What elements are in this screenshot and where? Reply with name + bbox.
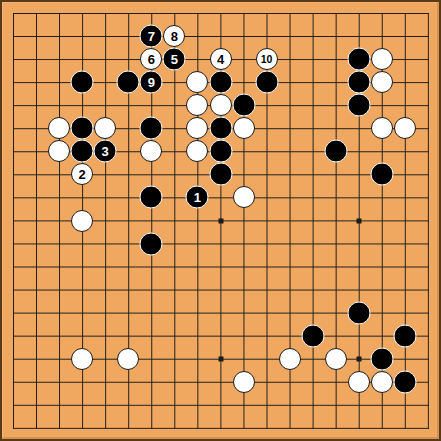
move-number-label: 7 bbox=[148, 30, 155, 43]
stone-white-move-4: 4 bbox=[210, 48, 232, 70]
stone-white-r6c8 bbox=[186, 140, 208, 162]
stone-black-r2c15 bbox=[347, 48, 370, 71]
stone-black-r6c9 bbox=[209, 140, 232, 163]
stone-white-r3c16 bbox=[371, 71, 393, 93]
move-number-label: 1 bbox=[194, 191, 201, 204]
stone-black-r4c10 bbox=[232, 94, 255, 117]
stone-white-move-8: 8 bbox=[163, 25, 185, 47]
stone-black-r13c15 bbox=[347, 301, 370, 324]
stone-black-r4c15 bbox=[347, 94, 370, 117]
stone-white-r5c10 bbox=[233, 117, 255, 139]
stone-white-r16c10 bbox=[233, 371, 255, 393]
star-point bbox=[356, 218, 361, 223]
stone-black-r6c14 bbox=[324, 140, 347, 163]
stone-black-r3c9 bbox=[209, 71, 232, 94]
stone-black-r16c17 bbox=[393, 370, 416, 393]
stone-black-r10c6 bbox=[140, 232, 163, 255]
star-point bbox=[356, 356, 361, 361]
stone-black-r6c3 bbox=[71, 140, 94, 163]
move-number-label: 2 bbox=[79, 168, 86, 181]
stone-black-r3c5 bbox=[117, 71, 140, 94]
stone-white-r16c15 bbox=[348, 371, 370, 393]
stone-black-r5c9 bbox=[209, 117, 232, 140]
stone-black-r3c3 bbox=[71, 71, 94, 94]
move-number-label: 9 bbox=[148, 76, 155, 89]
star-point bbox=[218, 356, 223, 361]
stone-black-r5c3 bbox=[71, 117, 94, 140]
stone-white-r8c10 bbox=[233, 186, 255, 208]
stone-black-r3c11 bbox=[255, 71, 278, 94]
stone-white-r4c8 bbox=[186, 94, 208, 116]
stone-black-r14c13 bbox=[301, 324, 324, 347]
stone-white-r16c16 bbox=[371, 371, 393, 393]
stone-white-r15c5 bbox=[117, 348, 139, 370]
stone-white-r5c16 bbox=[371, 117, 393, 139]
stone-black-r15c16 bbox=[370, 347, 393, 370]
go-board: 78654109321 bbox=[0, 0, 441, 441]
stone-black-r3c15 bbox=[347, 71, 370, 94]
stone-black-move-9: 9 bbox=[140, 71, 163, 94]
move-number-label: 3 bbox=[102, 145, 109, 158]
stone-white-move-6: 6 bbox=[140, 48, 162, 70]
stone-white-r6c2 bbox=[48, 140, 70, 162]
move-number-label: 6 bbox=[148, 53, 155, 66]
stone-white-move-2: 2 bbox=[71, 163, 93, 185]
stone-white-r5c2 bbox=[48, 117, 70, 139]
stone-white-r6c6 bbox=[140, 140, 162, 162]
star-point bbox=[218, 218, 223, 223]
stone-black-r8c6 bbox=[140, 186, 163, 209]
stone-white-r5c4 bbox=[94, 117, 116, 139]
stone-white-move-10: 10 bbox=[256, 48, 278, 70]
stone-black-move-7: 7 bbox=[140, 25, 163, 48]
stone-white-r3c8 bbox=[186, 71, 208, 93]
stone-white-r2c16 bbox=[371, 48, 393, 70]
stone-black-move-1: 1 bbox=[186, 186, 209, 209]
move-number-label: 10 bbox=[261, 54, 273, 65]
stone-white-r4c9 bbox=[210, 94, 232, 116]
stone-black-r5c6 bbox=[140, 117, 163, 140]
stone-white-r15c3 bbox=[71, 348, 93, 370]
move-number-label: 5 bbox=[171, 53, 178, 66]
stone-white-r15c12 bbox=[279, 348, 301, 370]
stone-black-r7c9 bbox=[209, 163, 232, 186]
move-number-label: 8 bbox=[171, 30, 178, 43]
stone-white-r9c3 bbox=[71, 210, 93, 232]
stone-black-move-5: 5 bbox=[163, 48, 186, 71]
stone-white-r5c8 bbox=[186, 117, 208, 139]
stone-white-r5c17 bbox=[394, 117, 416, 139]
stone-black-move-3: 3 bbox=[94, 140, 117, 163]
stone-white-r15c14 bbox=[325, 348, 347, 370]
stone-black-r7c16 bbox=[370, 163, 393, 186]
stone-black-r14c17 bbox=[393, 324, 416, 347]
move-number-label: 4 bbox=[217, 53, 224, 66]
